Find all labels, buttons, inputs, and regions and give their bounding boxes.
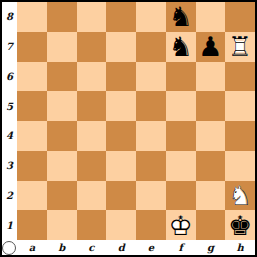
piece-white-rook: ♜♖ [225,32,255,62]
square-b7[interactable] [47,32,77,62]
rank-labels: 87654321 [2,2,17,240]
square-b3[interactable] [47,151,77,181]
square-f5[interactable] [166,91,196,121]
black-pawn-glyph: ♟ [196,32,226,62]
square-a7[interactable] [17,32,47,62]
square-c4[interactable] [77,121,107,151]
square-h5[interactable] [225,91,255,121]
chess-board: ♞♞♟♜♖♞♘♚♔♚ [17,2,255,240]
square-h7[interactable]: ♜♖ [225,32,255,62]
piece-black-knight: ♞ [166,2,196,32]
square-h6[interactable] [225,62,255,92]
piece-black-pawn: ♟ [196,32,226,62]
file-label-e: e [136,240,166,255]
piece-black-king: ♚ [225,210,255,240]
square-a8[interactable] [17,2,47,32]
square-g8[interactable] [196,2,226,32]
chess-diagram: ♞♞♟♜♖♞♘♚♔♚ 87654321 abcdefgh [0,0,257,257]
white-rook-outline: ♖ [225,32,255,62]
file-label-c: c [77,240,107,255]
square-g4[interactable] [196,121,226,151]
square-c7[interactable] [77,32,107,62]
square-g2[interactable] [196,181,226,211]
square-c5[interactable] [77,91,107,121]
square-c1[interactable] [77,210,107,240]
square-a5[interactable] [17,91,47,121]
rank-label-4: 4 [2,121,17,151]
square-h8[interactable] [225,2,255,32]
square-f2[interactable] [166,181,196,211]
file-label-g: g [196,240,226,255]
square-h2[interactable]: ♞♘ [225,181,255,211]
file-label-f: f [166,240,196,255]
square-f6[interactable] [166,62,196,92]
square-a3[interactable] [17,151,47,181]
file-labels: abcdefgh [17,240,255,255]
square-f8[interactable]: ♞ [166,2,196,32]
square-a1[interactable] [17,210,47,240]
square-f3[interactable] [166,151,196,181]
rank-label-8: 8 [2,2,17,32]
square-b4[interactable] [47,121,77,151]
square-g1[interactable] [196,210,226,240]
square-c6[interactable] [77,62,107,92]
square-a2[interactable] [17,181,47,211]
square-h1[interactable]: ♚ [225,210,255,240]
rank-label-2: 2 [2,181,17,211]
square-a4[interactable] [17,121,47,151]
square-d2[interactable] [106,181,136,211]
square-f7[interactable]: ♞ [166,32,196,62]
square-f4[interactable] [166,121,196,151]
square-g3[interactable] [196,151,226,181]
square-e4[interactable] [136,121,166,151]
square-b1[interactable] [47,210,77,240]
white-king-outline: ♔ [166,210,196,240]
square-d8[interactable] [106,2,136,32]
square-g6[interactable] [196,62,226,92]
square-e7[interactable] [136,32,166,62]
rank-label-1: 1 [2,210,17,240]
square-b2[interactable] [47,181,77,211]
rank-label-6: 6 [2,62,17,92]
square-f1[interactable]: ♚♔ [166,210,196,240]
square-g7[interactable]: ♟ [196,32,226,62]
square-c2[interactable] [77,181,107,211]
file-label-d: d [106,240,136,255]
square-e1[interactable] [136,210,166,240]
square-e2[interactable] [136,181,166,211]
square-e5[interactable] [136,91,166,121]
square-e6[interactable] [136,62,166,92]
black-knight-glyph: ♞ [166,2,196,32]
black-king-glyph: ♚ [225,210,255,240]
square-d3[interactable] [106,151,136,181]
square-h3[interactable] [225,151,255,181]
square-d7[interactable] [106,32,136,62]
file-label-h: h [225,240,255,255]
square-d6[interactable] [106,62,136,92]
square-a6[interactable] [17,62,47,92]
rank-label-3: 3 [2,151,17,181]
square-d1[interactable] [106,210,136,240]
square-d5[interactable] [106,91,136,121]
square-c8[interactable] [77,2,107,32]
white-knight-outline: ♘ [225,181,255,211]
file-label-b: b [47,240,77,255]
square-b6[interactable] [47,62,77,92]
square-d4[interactable] [106,121,136,151]
square-b8[interactable] [47,2,77,32]
turn-indicator-circle [2,241,16,255]
black-knight-glyph: ♞ [166,32,196,62]
piece-black-knight: ♞ [166,32,196,62]
piece-white-king: ♚♔ [166,210,196,240]
rank-label-5: 5 [2,91,17,121]
square-c3[interactable] [77,151,107,181]
square-e8[interactable] [136,2,166,32]
file-label-a: a [17,240,47,255]
square-e3[interactable] [136,151,166,181]
piece-white-knight: ♞♘ [225,181,255,211]
rank-label-7: 7 [2,32,17,62]
square-b5[interactable] [47,91,77,121]
square-g5[interactable] [196,91,226,121]
square-h4[interactable] [225,121,255,151]
